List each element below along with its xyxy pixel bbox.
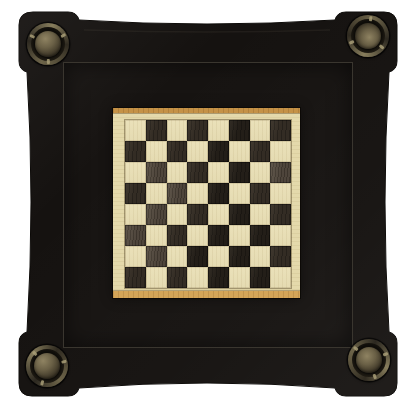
square-g8[interactable] xyxy=(250,120,271,141)
square-c6[interactable] xyxy=(167,162,188,183)
square-e3[interactable] xyxy=(208,225,229,246)
square-d6[interactable] xyxy=(187,162,208,183)
cup-tick xyxy=(41,380,45,385)
cup-tick xyxy=(47,59,50,64)
square-g5[interactable] xyxy=(250,183,271,204)
square-b8[interactable] xyxy=(146,120,167,141)
square-h2[interactable] xyxy=(270,246,291,267)
square-c3[interactable] xyxy=(167,225,188,246)
square-h5[interactable] xyxy=(270,183,291,204)
square-g7[interactable] xyxy=(250,141,271,162)
square-h3[interactable] xyxy=(270,225,291,246)
cup-holder-bottom-left xyxy=(26,345,68,387)
cup-holder-top-right xyxy=(347,15,389,57)
square-b3[interactable] xyxy=(146,225,167,246)
checkerboard xyxy=(113,108,300,298)
square-b7[interactable] xyxy=(146,141,167,162)
square-g1[interactable] xyxy=(250,267,271,288)
square-b1[interactable] xyxy=(146,267,167,288)
square-c4[interactable] xyxy=(167,204,188,225)
square-a5[interactable] xyxy=(125,183,146,204)
square-g6[interactable] xyxy=(250,162,271,183)
square-g4[interactable] xyxy=(250,204,271,225)
square-b6[interactable] xyxy=(146,162,167,183)
board-grid xyxy=(125,120,291,288)
square-f5[interactable] xyxy=(229,183,250,204)
square-h6[interactable] xyxy=(270,162,291,183)
square-f6[interactable] xyxy=(229,162,250,183)
square-g3[interactable] xyxy=(250,225,271,246)
square-d1[interactable] xyxy=(187,267,208,288)
square-c8[interactable] xyxy=(167,120,188,141)
cup-dome xyxy=(35,31,61,57)
square-f4[interactable] xyxy=(229,204,250,225)
board-bottom-gold-strip xyxy=(113,291,300,298)
square-a6[interactable] xyxy=(125,162,146,183)
square-d8[interactable] xyxy=(187,120,208,141)
square-a2[interactable] xyxy=(125,246,146,267)
square-f1[interactable] xyxy=(229,267,250,288)
square-f2[interactable] xyxy=(229,246,250,267)
square-a4[interactable] xyxy=(125,204,146,225)
square-a3[interactable] xyxy=(125,225,146,246)
square-a8[interactable] xyxy=(125,120,146,141)
square-a1[interactable] xyxy=(125,267,146,288)
square-c7[interactable] xyxy=(167,141,188,162)
square-d5[interactable] xyxy=(187,183,208,204)
cup-tick xyxy=(379,44,384,49)
square-e7[interactable] xyxy=(208,141,229,162)
square-f8[interactable] xyxy=(229,120,250,141)
board-top-gold-strip xyxy=(113,108,300,113)
square-c1[interactable] xyxy=(167,267,188,288)
square-e4[interactable] xyxy=(208,204,229,225)
square-h7[interactable] xyxy=(270,141,291,162)
square-h1[interactable] xyxy=(270,267,291,288)
square-d7[interactable] xyxy=(187,141,208,162)
cup-holder-bottom-right xyxy=(348,339,390,381)
cup-dome xyxy=(355,23,381,49)
square-b4[interactable] xyxy=(146,204,167,225)
cup-tick xyxy=(61,360,66,364)
cup-dome xyxy=(356,347,382,373)
cup-holder-top-left xyxy=(27,23,69,65)
square-h4[interactable] xyxy=(270,204,291,225)
square-f3[interactable] xyxy=(229,225,250,246)
square-e5[interactable] xyxy=(208,183,229,204)
game-table-photo xyxy=(0,0,416,405)
square-d3[interactable] xyxy=(187,225,208,246)
square-b2[interactable] xyxy=(146,246,167,267)
square-a7[interactable] xyxy=(125,141,146,162)
square-e1[interactable] xyxy=(208,267,229,288)
square-c2[interactable] xyxy=(167,246,188,267)
square-d2[interactable] xyxy=(187,246,208,267)
square-e8[interactable] xyxy=(208,120,229,141)
square-e2[interactable] xyxy=(208,246,229,267)
square-d4[interactable] xyxy=(187,204,208,225)
square-f7[interactable] xyxy=(229,141,250,162)
square-b5[interactable] xyxy=(146,183,167,204)
square-e6[interactable] xyxy=(208,162,229,183)
square-g2[interactable] xyxy=(250,246,271,267)
square-c5[interactable] xyxy=(167,183,188,204)
cup-dome xyxy=(34,353,60,379)
square-h8[interactable] xyxy=(270,120,291,141)
